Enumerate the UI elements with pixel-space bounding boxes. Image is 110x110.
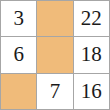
blocked-cell	[1, 74, 36, 109]
number-cell[interactable]: 16	[74, 74, 109, 109]
number-cell[interactable]: 7	[37, 74, 72, 109]
blocked-cell	[37, 1, 72, 36]
number-cell[interactable]: 3	[1, 1, 36, 36]
number-cell[interactable]: 6	[1, 37, 36, 72]
number-cell[interactable]: 22	[74, 1, 109, 36]
number-cell[interactable]: 18	[74, 37, 109, 72]
blocked-cell	[37, 37, 72, 72]
puzzle-board: 322618716	[0, 0, 110, 110]
